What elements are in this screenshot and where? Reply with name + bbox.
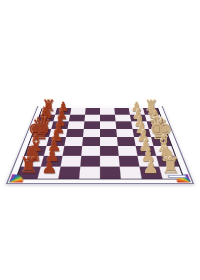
board-square (100, 121, 116, 128)
chess-set-photo: ♜♟♟♜♞♟♟♞♝♟♟♝♛♟♟♛♚♟♟♚♝♟♟♝♞♟♟♞♜♟♟♜ (0, 0, 200, 280)
board-square (120, 167, 142, 179)
board-mat (6, 106, 194, 184)
brand-label (167, 175, 186, 178)
board-square (116, 121, 133, 128)
board-square (79, 167, 100, 179)
board-square (83, 129, 100, 137)
board-square (80, 156, 100, 167)
board-square (69, 115, 85, 122)
board-square (44, 146, 65, 156)
board-square (41, 156, 63, 167)
board-square (151, 137, 171, 146)
board-square (149, 129, 168, 137)
board-square (116, 129, 134, 137)
board-square (82, 137, 100, 146)
board-square (100, 167, 121, 179)
board-square (119, 156, 140, 167)
chess-board (25, 62, 175, 212)
board-square (117, 137, 136, 146)
board-square (100, 129, 117, 137)
board-square (100, 146, 119, 156)
board-square (53, 115, 70, 122)
board-square (67, 121, 84, 128)
board-square (84, 121, 100, 128)
board-square (63, 146, 83, 156)
board-square (84, 115, 100, 122)
board-square (118, 146, 138, 156)
board-square (51, 121, 69, 128)
board-square (100, 137, 118, 146)
board-square (61, 156, 82, 167)
board-square (100, 115, 116, 122)
board-square (147, 121, 165, 128)
board-square (100, 156, 120, 167)
board-square (49, 129, 67, 137)
board-square (153, 146, 174, 156)
board-square (47, 137, 66, 146)
board-square (37, 167, 60, 179)
board-square (145, 115, 162, 122)
board-square (58, 167, 80, 179)
board-grid (15, 108, 185, 179)
board-square (115, 115, 131, 122)
board-square (64, 137, 83, 146)
board-square (66, 129, 84, 137)
board-square (81, 146, 100, 156)
board-square (156, 156, 179, 167)
